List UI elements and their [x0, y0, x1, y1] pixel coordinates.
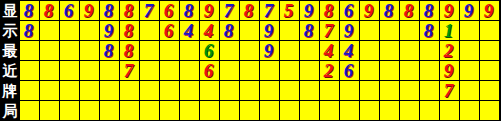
result-digit: 9 — [264, 21, 274, 40]
result-digit: 2 — [444, 41, 454, 60]
result-digit: 6 — [164, 21, 174, 40]
cell-r4-c14 — [280, 61, 300, 81]
cell-r4-c18 — [360, 61, 380, 81]
cell-r5-c7 — [140, 81, 160, 101]
cell-r5-c2 — [40, 81, 60, 101]
cell-r3-c2 — [40, 41, 60, 61]
cell-r3-c1 — [20, 41, 40, 61]
cell-r6-c11 — [220, 101, 240, 121]
result-digit: 8 — [24, 1, 34, 20]
cell-r1-c9: 8 — [180, 1, 200, 21]
cell-r4-c19 — [380, 61, 400, 81]
cell-r1-c14: 5 — [280, 1, 300, 21]
cell-r6-c23 — [460, 101, 480, 121]
cell-r5-c14 — [280, 81, 300, 101]
title-char: 最 — [0, 41, 20, 61]
cell-r3-c7 — [140, 41, 160, 61]
cell-r6-c3 — [60, 101, 80, 121]
cell-r4-c20 — [400, 61, 420, 81]
cell-r4-c5 — [100, 61, 120, 81]
cell-r6-c8 — [160, 101, 180, 121]
result-digit: 8 — [224, 21, 234, 40]
title-char: 牌 — [0, 81, 20, 101]
result-digit: 9 — [364, 1, 374, 20]
cell-r3-c20 — [400, 41, 420, 61]
cell-r5-c9 — [180, 81, 200, 101]
cell-r5-c6 — [120, 81, 140, 101]
result-digit: 8 — [104, 41, 114, 60]
cell-r3-c15 — [300, 41, 320, 61]
results-grid: 8869887689787598698889998986448987981886… — [20, 1, 500, 121]
cell-r3-c3 — [60, 41, 80, 61]
cell-r1-c10: 9 — [200, 1, 220, 21]
result-digit: 9 — [204, 1, 214, 20]
result-digit: 9 — [464, 1, 474, 20]
cell-r2-c7 — [140, 21, 160, 41]
cell-r3-c14 — [280, 41, 300, 61]
result-digit: 2 — [324, 61, 334, 80]
result-digit: 6 — [164, 1, 174, 20]
cell-r2-c24 — [480, 21, 500, 41]
cell-r2-c21: 8 — [420, 21, 440, 41]
cell-r1-c22: 9 — [440, 1, 460, 21]
cell-r5-c17 — [340, 81, 360, 101]
result-digit: 9 — [444, 61, 454, 80]
cell-r4-c9 — [180, 61, 200, 81]
cell-r6-c5 — [100, 101, 120, 121]
cell-r6-c7 — [140, 101, 160, 121]
cell-r4-c15 — [300, 61, 320, 81]
result-digit: 9 — [264, 41, 274, 60]
cell-r5-c12 — [240, 81, 260, 101]
result-digit: 7 — [124, 61, 134, 80]
result-digit: 8 — [424, 1, 434, 20]
cell-r5-c4 — [80, 81, 100, 101]
cell-r1-c12: 8 — [240, 1, 260, 21]
result-digit: 4 — [324, 41, 334, 60]
cell-r3-c6: 8 — [120, 41, 140, 61]
cell-r6-c9 — [180, 101, 200, 121]
cell-r1-c8: 6 — [160, 1, 180, 21]
cell-r4-c21 — [420, 61, 440, 81]
cell-r6-c18 — [360, 101, 380, 121]
title-char: 示 — [0, 21, 20, 41]
cell-r1-c3: 6 — [60, 1, 80, 21]
cell-r5-c18 — [360, 81, 380, 101]
result-digit: 8 — [104, 1, 114, 20]
cell-r3-c16: 4 — [320, 41, 340, 61]
cell-r3-c4 — [80, 41, 100, 61]
cell-r2-c3 — [60, 21, 80, 41]
result-digit: 9 — [484, 1, 494, 20]
cell-r5-c22: 7 — [440, 81, 460, 101]
board-title: 显 示 最 近 牌 局 — [0, 1, 20, 121]
cell-r1-c1: 8 — [20, 1, 40, 21]
title-char: 显 — [0, 1, 20, 21]
result-digit: 7 — [144, 1, 154, 20]
cell-r2-c14 — [280, 21, 300, 41]
cell-r1-c23: 9 — [460, 1, 480, 21]
cell-r2-c13: 9 — [260, 21, 280, 41]
cell-r3-c5: 8 — [100, 41, 120, 61]
result-digit: 8 — [304, 21, 314, 40]
cell-r6-c21 — [420, 101, 440, 121]
cell-r2-c6: 8 — [120, 21, 140, 41]
cell-r1-c4: 9 — [80, 1, 100, 21]
cell-r5-c20 — [400, 81, 420, 101]
cell-r5-c11 — [220, 81, 240, 101]
cell-r1-c20: 8 — [400, 1, 420, 21]
cell-r2-c18 — [360, 21, 380, 41]
result-digit: 8 — [124, 1, 134, 20]
cell-r1-c13: 7 — [260, 1, 280, 21]
cell-r2-c9: 4 — [180, 21, 200, 41]
cell-r2-c4 — [80, 21, 100, 41]
cell-r2-c1: 8 — [20, 21, 40, 41]
cell-r3-c13: 9 — [260, 41, 280, 61]
cell-r4-c23 — [460, 61, 480, 81]
cell-r4-c13 — [260, 61, 280, 81]
cell-r6-c4 — [80, 101, 100, 121]
result-digit: 9 — [104, 21, 114, 40]
cell-r2-c10: 4 — [200, 21, 220, 41]
cell-r1-c16: 8 — [320, 1, 340, 21]
cell-r5-c16 — [320, 81, 340, 101]
cell-r1-c18: 9 — [360, 1, 380, 21]
cell-r2-c23 — [460, 21, 480, 41]
cell-r6-c12 — [240, 101, 260, 121]
result-digit: 8 — [384, 1, 394, 20]
cell-r5-c23 — [460, 81, 480, 101]
cell-r4-c3 — [60, 61, 80, 81]
cell-r1-c24: 9 — [480, 1, 500, 21]
cell-r2-c22: 1 — [440, 21, 460, 41]
result-digit: 7 — [324, 21, 334, 40]
cell-r6-c20 — [400, 101, 420, 121]
cell-r6-c24 — [480, 101, 500, 121]
cell-r2-c12 — [240, 21, 260, 41]
cell-r5-c10 — [200, 81, 220, 101]
cell-r4-c24 — [480, 61, 500, 81]
cell-r2-c5: 9 — [100, 21, 120, 41]
result-digit: 4 — [204, 21, 214, 40]
cell-r4-c4 — [80, 61, 100, 81]
result-digit: 1 — [444, 21, 454, 40]
result-digit: 9 — [84, 1, 94, 20]
cell-r3-c24 — [480, 41, 500, 61]
cell-r5-c3 — [60, 81, 80, 101]
cell-r3-c8 — [160, 41, 180, 61]
title-char: 局 — [0, 101, 20, 121]
cell-r3-c21 — [420, 41, 440, 61]
cell-r4-c1 — [20, 61, 40, 81]
cell-r4-c7 — [140, 61, 160, 81]
cell-r6-c6 — [120, 101, 140, 121]
result-digit: 8 — [124, 41, 134, 60]
cell-r4-c2 — [40, 61, 60, 81]
cell-r4-c16: 2 — [320, 61, 340, 81]
result-digit: 7 — [264, 1, 274, 20]
result-digit: 5 — [284, 1, 294, 20]
result-digit: 8 — [324, 1, 334, 20]
cell-r2-c8: 6 — [160, 21, 180, 41]
cell-r5-c1 — [20, 81, 40, 101]
cell-r3-c9 — [180, 41, 200, 61]
cell-r1-c17: 6 — [340, 1, 360, 21]
cell-r2-c16: 7 — [320, 21, 340, 41]
cell-r4-c10: 6 — [200, 61, 220, 81]
result-digit: 8 — [24, 21, 34, 40]
cell-r4-c22: 9 — [440, 61, 460, 81]
cell-r6-c16 — [320, 101, 340, 121]
cell-r3-c11 — [220, 41, 240, 61]
cell-r3-c10: 6 — [200, 41, 220, 61]
cell-r2-c17: 9 — [340, 21, 360, 41]
result-digit: 9 — [304, 1, 314, 20]
result-digit: 8 — [44, 1, 54, 20]
result-digit: 7 — [224, 1, 234, 20]
cell-r5-c13 — [260, 81, 280, 101]
cell-r6-c17 — [340, 101, 360, 121]
cell-r4-c6: 7 — [120, 61, 140, 81]
cell-r3-c19 — [380, 41, 400, 61]
cell-r6-c15 — [300, 101, 320, 121]
cell-r2-c2 — [40, 21, 60, 41]
cell-r5-c19 — [380, 81, 400, 101]
cell-r6-c22 — [440, 101, 460, 121]
cell-r1-c6: 8 — [120, 1, 140, 21]
result-digit: 4 — [184, 21, 194, 40]
result-digit: 8 — [424, 21, 434, 40]
title-char: 近 — [0, 61, 20, 81]
result-digit: 6 — [204, 61, 214, 80]
cell-r1-c19: 8 — [380, 1, 400, 21]
cell-r3-c22: 2 — [440, 41, 460, 61]
result-digit: 6 — [344, 1, 354, 20]
cell-r3-c23 — [460, 41, 480, 61]
cell-r4-c11 — [220, 61, 240, 81]
cell-r4-c8 — [160, 61, 180, 81]
cell-r2-c20 — [400, 21, 420, 41]
cell-r5-c15 — [300, 81, 320, 101]
cell-r6-c10 — [200, 101, 220, 121]
cell-r6-c2 — [40, 101, 60, 121]
cell-r1-c7: 7 — [140, 1, 160, 21]
cell-r1-c5: 8 — [100, 1, 120, 21]
cell-r6-c19 — [380, 101, 400, 121]
cell-r1-c11: 7 — [220, 1, 240, 21]
result-digit: 8 — [184, 1, 194, 20]
result-digit: 8 — [404, 1, 414, 20]
cell-r4-c12 — [240, 61, 260, 81]
cell-r1-c15: 9 — [300, 1, 320, 21]
result-digit: 8 — [124, 21, 134, 40]
cell-r6-c1 — [20, 101, 40, 121]
cell-r1-c2: 8 — [40, 1, 60, 21]
result-digit: 9 — [344, 21, 354, 40]
result-digit: 8 — [244, 1, 254, 20]
cell-r5-c21 — [420, 81, 440, 101]
result-digit: 9 — [444, 1, 454, 20]
cell-r5-c5 — [100, 81, 120, 101]
cell-r3-c12 — [240, 41, 260, 61]
cell-r3-c17: 4 — [340, 41, 360, 61]
cell-r2-c15: 8 — [300, 21, 320, 41]
cell-r6-c13 — [260, 101, 280, 121]
result-digit: 6 — [204, 41, 214, 60]
cell-r6-c14 — [280, 101, 300, 121]
cell-r4-c17: 6 — [340, 61, 360, 81]
cell-r1-c21: 8 — [420, 1, 440, 21]
result-digit: 6 — [64, 1, 74, 20]
recent-results-board: 显 示 最 近 牌 局 8869887689787598698889998986… — [0, 0, 501, 121]
result-digit: 4 — [344, 41, 354, 60]
cell-r2-c11: 8 — [220, 21, 240, 41]
result-digit: 7 — [444, 81, 454, 100]
cell-r5-c24 — [480, 81, 500, 101]
cell-r3-c18 — [360, 41, 380, 61]
cell-r2-c19 — [380, 21, 400, 41]
result-digit: 6 — [344, 61, 354, 80]
cell-r5-c8 — [160, 81, 180, 101]
